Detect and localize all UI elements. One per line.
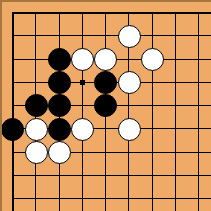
white-stone <box>118 118 141 141</box>
white-stone <box>71 118 94 141</box>
white-stone <box>25 118 48 141</box>
white-stone <box>94 48 117 71</box>
intersection[interactable] <box>12 198 35 211</box>
intersection[interactable] <box>198 82 211 105</box>
intersection[interactable] <box>105 175 128 198</box>
black-stone <box>48 118 71 141</box>
white-stone <box>118 25 141 48</box>
intersection[interactable] <box>175 35 198 58</box>
intersection[interactable] <box>105 198 128 211</box>
intersection[interactable] <box>175 128 198 151</box>
black-stone <box>48 48 71 71</box>
intersection[interactable] <box>82 175 105 198</box>
intersection[interactable] <box>175 12 198 35</box>
intersection[interactable] <box>35 12 58 35</box>
intersection[interactable] <box>12 12 35 35</box>
go-board <box>0 0 211 211</box>
intersection[interactable] <box>152 128 175 151</box>
intersection[interactable] <box>82 152 105 175</box>
intersection[interactable] <box>198 105 211 128</box>
black-stone <box>25 94 48 117</box>
intersection[interactable] <box>175 152 198 175</box>
white-stone <box>118 71 141 94</box>
white-stone <box>141 48 164 71</box>
intersection[interactable] <box>59 175 82 198</box>
intersection[interactable] <box>12 35 35 58</box>
intersection[interactable] <box>59 12 82 35</box>
intersection[interactable] <box>152 198 175 211</box>
intersection[interactable] <box>152 152 175 175</box>
intersection[interactable] <box>175 198 198 211</box>
intersection[interactable] <box>152 175 175 198</box>
intersection[interactable] <box>152 12 175 35</box>
intersection[interactable] <box>175 175 198 198</box>
white-stone <box>71 48 94 71</box>
black-stone <box>1 118 24 141</box>
intersection[interactable] <box>152 105 175 128</box>
intersection[interactable] <box>105 152 128 175</box>
intersection[interactable] <box>82 198 105 211</box>
intersection[interactable] <box>198 35 211 58</box>
intersection[interactable] <box>198 12 211 35</box>
intersection[interactable] <box>59 198 82 211</box>
intersection[interactable] <box>35 175 58 198</box>
white-stone <box>25 141 48 164</box>
intersection[interactable] <box>35 198 58 211</box>
intersection[interactable] <box>82 12 105 35</box>
intersection[interactable] <box>198 175 211 198</box>
intersection[interactable] <box>152 82 175 105</box>
intersection[interactable] <box>198 59 211 82</box>
intersection[interactable] <box>175 82 198 105</box>
intersection[interactable] <box>198 198 211 211</box>
intersection[interactable] <box>128 175 151 198</box>
black-stone <box>48 71 71 94</box>
white-stone <box>48 141 71 164</box>
intersection[interactable] <box>128 198 151 211</box>
intersection[interactable] <box>175 105 198 128</box>
intersection[interactable] <box>198 152 211 175</box>
intersection[interactable] <box>128 152 151 175</box>
star-point <box>80 80 85 85</box>
intersection[interactable] <box>12 175 35 198</box>
intersection[interactable] <box>198 128 211 151</box>
intersection[interactable] <box>12 59 35 82</box>
black-stone <box>48 94 71 117</box>
intersection[interactable] <box>175 59 198 82</box>
